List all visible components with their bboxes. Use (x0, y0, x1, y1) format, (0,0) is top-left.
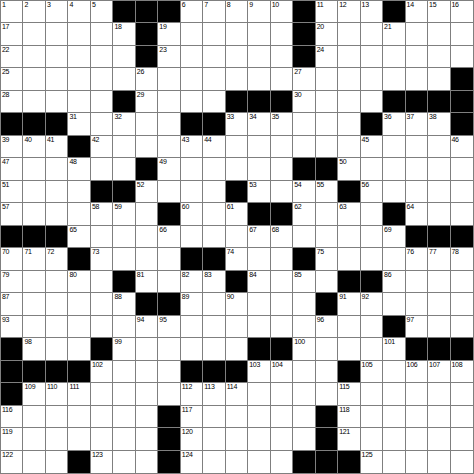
cell-r8c8[interactable] (181, 181, 203, 203)
cell-r19c6[interactable] (136, 428, 158, 450)
cell-r10c9[interactable] (203, 226, 225, 248)
cell-r2c9[interactable] (203, 46, 225, 68)
cell-r3c15[interactable] (338, 68, 360, 90)
cell-r2c7[interactable]: 23 (158, 46, 180, 68)
cell-r13c0[interactable]: 87 (1, 293, 23, 315)
cell-r20c18[interactable] (406, 451, 428, 473)
cell-r0c20[interactable]: 16 (451, 1, 473, 23)
cell-r5c15[interactable] (338, 113, 360, 135)
cell-r6c9[interactable]: 44 (203, 136, 225, 158)
cell-r11c1[interactable]: 71 (23, 248, 45, 270)
cell-r3c3[interactable] (68, 68, 90, 90)
cell-r9c18[interactable]: 64 (406, 203, 428, 225)
cell-r6c10[interactable] (226, 136, 248, 158)
cell-r1c7[interactable]: 19 (158, 23, 180, 45)
cell-r3c16[interactable] (361, 68, 383, 90)
cell-r18c3[interactable] (68, 406, 90, 428)
cell-r10c4[interactable] (91, 226, 113, 248)
cell-r6c19[interactable] (428, 136, 450, 158)
cell-r8c19[interactable] (428, 181, 450, 203)
cell-r0c3[interactable]: 4 (68, 1, 90, 23)
cell-r2c3[interactable] (68, 46, 90, 68)
cell-r18c9[interactable] (203, 406, 225, 428)
cell-r12c13[interactable]: 85 (293, 271, 315, 293)
cell-r14c14[interactable]: 96 (316, 316, 338, 338)
cell-r17c2[interactable]: 110 (46, 383, 68, 405)
cell-r10c15[interactable] (338, 226, 360, 248)
cell-r11c0[interactable]: 70 (1, 248, 23, 270)
cell-r12c6[interactable]: 81 (136, 271, 158, 293)
cell-r14c1[interactable] (23, 316, 45, 338)
cell-r15c8[interactable] (181, 338, 203, 360)
cell-r18c17[interactable] (383, 406, 405, 428)
cell-r19c2[interactable] (46, 428, 68, 450)
cell-r19c13[interactable] (293, 428, 315, 450)
cell-r15c2[interactable] (46, 338, 68, 360)
cell-r9c15[interactable]: 63 (338, 203, 360, 225)
cell-r17c19[interactable] (428, 383, 450, 405)
cell-r1c9[interactable] (203, 23, 225, 45)
cell-r2c15[interactable] (338, 46, 360, 68)
cell-r17c12[interactable] (271, 383, 293, 405)
cell-r12c0[interactable]: 79 (1, 271, 23, 293)
cell-r3c18[interactable] (406, 68, 428, 90)
cell-r19c18[interactable] (406, 428, 428, 450)
cell-r13c8[interactable]: 89 (181, 293, 203, 315)
cell-r2c14[interactable]: 24 (316, 46, 338, 68)
cell-r10c11[interactable]: 67 (248, 226, 270, 248)
cell-r18c11[interactable] (248, 406, 270, 428)
cell-r6c14[interactable] (316, 136, 338, 158)
cell-r15c1[interactable]: 98 (23, 338, 45, 360)
cell-r17c8[interactable]: 112 (181, 383, 203, 405)
cell-r8c20[interactable] (451, 181, 473, 203)
cell-r12c9[interactable]: 83 (203, 271, 225, 293)
cell-r1c15[interactable] (338, 23, 360, 45)
cell-r16c7[interactable] (158, 361, 180, 383)
cell-r7c0[interactable]: 47 (1, 158, 23, 180)
cell-r16c13[interactable] (293, 361, 315, 383)
cell-r4c1[interactable] (23, 91, 45, 113)
cell-r11c16[interactable] (361, 248, 383, 270)
cell-r12c17[interactable]: 86 (383, 271, 405, 293)
cell-r17c7[interactable] (158, 383, 180, 405)
cell-r18c13[interactable] (293, 406, 315, 428)
cell-r17c13[interactable] (293, 383, 315, 405)
cell-r3c7[interactable] (158, 68, 180, 90)
cell-r11c20[interactable]: 78 (451, 248, 473, 270)
cell-r2c5[interactable] (113, 46, 135, 68)
cell-r11c2[interactable]: 72 (46, 248, 68, 270)
cell-r0c11[interactable]: 9 (248, 1, 270, 23)
cell-r9c19[interactable] (428, 203, 450, 225)
cell-r10c17[interactable]: 69 (383, 226, 405, 248)
cell-r6c1[interactable]: 40 (23, 136, 45, 158)
cell-r3c12[interactable] (271, 68, 293, 90)
cell-r7c17[interactable] (383, 158, 405, 180)
cell-r9c8[interactable]: 60 (181, 203, 203, 225)
cell-r18c0[interactable]: 116 (1, 406, 23, 428)
cell-r1c17[interactable]: 21 (383, 23, 405, 45)
cell-r13c3[interactable] (68, 293, 90, 315)
cell-r19c15[interactable]: 121 (338, 428, 360, 450)
cell-r10c6[interactable] (136, 226, 158, 248)
cell-r19c3[interactable] (68, 428, 90, 450)
cell-r16c5[interactable] (113, 361, 135, 383)
cell-r4c13[interactable]: 30 (293, 91, 315, 113)
cell-r16c14[interactable] (316, 361, 338, 383)
cell-r15c13[interactable]: 100 (293, 338, 315, 360)
cell-r0c12[interactable]: 10 (271, 1, 293, 23)
cell-r5c12[interactable]: 35 (271, 113, 293, 135)
cell-r8c13[interactable]: 54 (293, 181, 315, 203)
cell-r4c9[interactable] (203, 91, 225, 113)
cell-r9c3[interactable] (68, 203, 90, 225)
cell-r13c17[interactable] (383, 293, 405, 315)
cell-r13c19[interactable] (428, 293, 450, 315)
cell-r5c4[interactable] (91, 113, 113, 135)
cell-r6c2[interactable]: 41 (46, 136, 68, 158)
cell-r4c3[interactable] (68, 91, 90, 113)
cell-r8c0[interactable]: 51 (1, 181, 23, 203)
cell-r3c11[interactable] (248, 68, 270, 90)
cell-r6c15[interactable] (338, 136, 360, 158)
cell-r8c1[interactable] (23, 181, 45, 203)
cell-r9c4[interactable]: 58 (91, 203, 113, 225)
cell-r2c12[interactable] (271, 46, 293, 68)
cell-r1c19[interactable] (428, 23, 450, 45)
cell-r10c5[interactable] (113, 226, 135, 248)
cell-r8c3[interactable] (68, 181, 90, 203)
cell-r19c20[interactable] (451, 428, 473, 450)
cell-r11c19[interactable]: 77 (428, 248, 450, 270)
cell-r16c19[interactable]: 107 (428, 361, 450, 383)
cell-r12c8[interactable]: 82 (181, 271, 203, 293)
cell-r17c14[interactable] (316, 383, 338, 405)
cell-r19c4[interactable] (91, 428, 113, 450)
cell-r6c0[interactable]: 39 (1, 136, 23, 158)
cell-r2c8[interactable] (181, 46, 203, 68)
cell-r20c1[interactable] (23, 451, 45, 473)
cell-r2c20[interactable] (451, 46, 473, 68)
cell-r5c17[interactable]: 36 (383, 113, 405, 135)
cell-r2c16[interactable] (361, 46, 383, 68)
cell-r11c6[interactable] (136, 248, 158, 270)
cell-r12c12[interactable] (271, 271, 293, 293)
cell-r0c4[interactable]: 5 (91, 1, 113, 23)
cell-r16c20[interactable]: 108 (451, 361, 473, 383)
cell-r17c4[interactable] (91, 383, 113, 405)
cell-r12c18[interactable] (406, 271, 428, 293)
cell-r8c17[interactable] (383, 181, 405, 203)
cell-r14c3[interactable] (68, 316, 90, 338)
cell-r11c14[interactable]: 75 (316, 248, 338, 270)
cell-r0c14[interactable]: 11 (316, 1, 338, 23)
cell-r6c12[interactable] (271, 136, 293, 158)
cell-r4c0[interactable]: 28 (1, 91, 23, 113)
cell-r12c14[interactable] (316, 271, 338, 293)
cell-r4c14[interactable] (316, 91, 338, 113)
cell-r20c8[interactable]: 124 (181, 451, 203, 473)
cell-r2c17[interactable] (383, 46, 405, 68)
cell-r10c10[interactable] (226, 226, 248, 248)
cell-r15c16[interactable] (361, 338, 383, 360)
cell-r3c6[interactable]: 26 (136, 68, 158, 90)
cell-r7c18[interactable] (406, 158, 428, 180)
cell-r12c20[interactable] (451, 271, 473, 293)
cell-r19c17[interactable] (383, 428, 405, 450)
cell-r5c19[interactable]: 38 (428, 113, 450, 135)
cell-r5c11[interactable]: 34 (248, 113, 270, 135)
cell-r20c19[interactable] (428, 451, 450, 473)
cell-r14c13[interactable] (293, 316, 315, 338)
cell-r6c7[interactable] (158, 136, 180, 158)
cell-r1c0[interactable]: 17 (1, 23, 23, 45)
cell-r4c6[interactable]: 29 (136, 91, 158, 113)
cell-r1c4[interactable] (91, 23, 113, 45)
cell-r3c10[interactable] (226, 68, 248, 90)
cell-r13c18[interactable] (406, 293, 428, 315)
cell-r9c1[interactable] (23, 203, 45, 225)
cell-r13c1[interactable] (23, 293, 45, 315)
cell-r13c12[interactable] (271, 293, 293, 315)
cell-r4c4[interactable] (91, 91, 113, 113)
cell-r14c0[interactable]: 93 (1, 316, 23, 338)
cell-r13c10[interactable]: 90 (226, 293, 248, 315)
cell-r20c17[interactable] (383, 451, 405, 473)
cell-r16c17[interactable] (383, 361, 405, 383)
cell-r9c14[interactable] (316, 203, 338, 225)
cell-r8c11[interactable]: 53 (248, 181, 270, 203)
cell-r9c2[interactable] (46, 203, 68, 225)
cell-r8c7[interactable] (158, 181, 180, 203)
cell-r18c5[interactable] (113, 406, 135, 428)
cell-r12c3[interactable]: 80 (68, 271, 90, 293)
cell-r10c7[interactable]: 66 (158, 226, 180, 248)
cell-r17c6[interactable] (136, 383, 158, 405)
cell-r8c9[interactable] (203, 181, 225, 203)
cell-r14c7[interactable]: 95 (158, 316, 180, 338)
cell-r15c17[interactable]: 101 (383, 338, 405, 360)
cell-r15c9[interactable] (203, 338, 225, 360)
cell-r1c14[interactable]: 20 (316, 23, 338, 45)
cell-r13c2[interactable] (46, 293, 68, 315)
cell-r11c17[interactable] (383, 248, 405, 270)
cell-r8c2[interactable] (46, 181, 68, 203)
cell-r17c20[interactable] (451, 383, 473, 405)
cell-r11c10[interactable]: 74 (226, 248, 248, 270)
cell-r18c8[interactable]: 117 (181, 406, 203, 428)
cell-r9c9[interactable] (203, 203, 225, 225)
cell-r7c11[interactable] (248, 158, 270, 180)
cell-r12c11[interactable]: 84 (248, 271, 270, 293)
cell-r14c12[interactable] (271, 316, 293, 338)
cell-r18c2[interactable] (46, 406, 68, 428)
cell-r2c2[interactable] (46, 46, 68, 68)
cell-r0c2[interactable]: 3 (46, 1, 68, 23)
cell-r19c11[interactable] (248, 428, 270, 450)
cell-r14c11[interactable] (248, 316, 270, 338)
cell-r3c5[interactable] (113, 68, 135, 90)
cell-r20c11[interactable] (248, 451, 270, 473)
cell-r6c20[interactable]: 46 (451, 136, 473, 158)
cell-r17c16[interactable] (361, 383, 383, 405)
cell-r8c16[interactable]: 56 (361, 181, 383, 203)
cell-r0c16[interactable]: 13 (361, 1, 383, 23)
cell-r1c2[interactable] (46, 23, 68, 45)
cell-r13c20[interactable] (451, 293, 473, 315)
cell-r19c1[interactable] (23, 428, 45, 450)
cell-r5c5[interactable]: 32 (113, 113, 135, 135)
cell-r0c18[interactable]: 14 (406, 1, 428, 23)
cell-r12c7[interactable] (158, 271, 180, 293)
cell-r18c12[interactable] (271, 406, 293, 428)
cell-r7c10[interactable] (226, 158, 248, 180)
cell-r3c1[interactable] (23, 68, 45, 90)
cell-r3c8[interactable] (181, 68, 203, 90)
cell-r11c15[interactable] (338, 248, 360, 270)
cell-r4c7[interactable] (158, 91, 180, 113)
cell-r6c11[interactable] (248, 136, 270, 158)
cell-r14c9[interactable] (203, 316, 225, 338)
cell-r12c2[interactable] (46, 271, 68, 293)
cell-r6c8[interactable]: 43 (181, 136, 203, 158)
cell-r17c3[interactable]: 111 (68, 383, 90, 405)
cell-r17c1[interactable]: 109 (23, 383, 45, 405)
cell-r18c1[interactable] (23, 406, 45, 428)
cell-r3c0[interactable]: 25 (1, 68, 23, 90)
cell-r8c14[interactable]: 55 (316, 181, 338, 203)
cell-r20c6[interactable] (136, 451, 158, 473)
cell-r14c18[interactable]: 97 (406, 316, 428, 338)
cell-r14c6[interactable]: 94 (136, 316, 158, 338)
cell-r1c20[interactable] (451, 23, 473, 45)
cell-r20c10[interactable] (226, 451, 248, 473)
cell-r14c4[interactable] (91, 316, 113, 338)
cell-r9c16[interactable] (361, 203, 383, 225)
cell-r7c4[interactable] (91, 158, 113, 180)
cell-r5c3[interactable]: 31 (68, 113, 90, 135)
cell-r20c2[interactable] (46, 451, 68, 473)
cell-r19c10[interactable] (226, 428, 248, 450)
cell-r17c5[interactable] (113, 383, 135, 405)
cell-r7c8[interactable] (181, 158, 203, 180)
cell-r18c6[interactable] (136, 406, 158, 428)
cell-r1c12[interactable] (271, 23, 293, 45)
cell-r9c6[interactable] (136, 203, 158, 225)
cell-r1c1[interactable] (23, 23, 45, 45)
cell-r8c12[interactable] (271, 181, 293, 203)
cell-r7c9[interactable] (203, 158, 225, 180)
cell-r12c4[interactable] (91, 271, 113, 293)
cell-r19c8[interactable]: 120 (181, 428, 203, 450)
cell-r15c10[interactable] (226, 338, 248, 360)
cell-r4c16[interactable] (361, 91, 383, 113)
cell-r2c0[interactable]: 22 (1, 46, 23, 68)
cell-r5c6[interactable] (136, 113, 158, 135)
cell-r9c13[interactable]: 62 (293, 203, 315, 225)
cell-r14c16[interactable] (361, 316, 383, 338)
cell-r13c4[interactable] (91, 293, 113, 315)
cell-r18c10[interactable] (226, 406, 248, 428)
cell-r18c20[interactable] (451, 406, 473, 428)
cell-r7c16[interactable] (361, 158, 383, 180)
cell-r19c5[interactable] (113, 428, 135, 450)
cell-r14c19[interactable] (428, 316, 450, 338)
cell-r5c7[interactable] (158, 113, 180, 135)
cell-r20c0[interactable]: 122 (1, 451, 23, 473)
cell-r9c5[interactable]: 59 (113, 203, 135, 225)
cell-r0c9[interactable]: 7 (203, 1, 225, 23)
cell-r17c9[interactable]: 113 (203, 383, 225, 405)
cell-r14c8[interactable] (181, 316, 203, 338)
cell-r7c19[interactable] (428, 158, 450, 180)
cell-r11c11[interactable] (248, 248, 270, 270)
cell-r18c15[interactable]: 118 (338, 406, 360, 428)
cell-r7c2[interactable] (46, 158, 68, 180)
cell-r11c18[interactable]: 76 (406, 248, 428, 270)
cell-r15c15[interactable] (338, 338, 360, 360)
cell-r16c11[interactable]: 103 (248, 361, 270, 383)
cell-r15c7[interactable] (158, 338, 180, 360)
cell-r20c20[interactable] (451, 451, 473, 473)
cell-r7c1[interactable] (23, 158, 45, 180)
cell-r19c12[interactable] (271, 428, 293, 450)
cell-r11c12[interactable] (271, 248, 293, 270)
cell-r10c12[interactable]: 68 (271, 226, 293, 248)
cell-r20c16[interactable]: 125 (361, 451, 383, 473)
cell-r20c4[interactable]: 123 (91, 451, 113, 473)
cell-r1c16[interactable] (361, 23, 383, 45)
cell-r16c6[interactable] (136, 361, 158, 383)
cell-r7c5[interactable] (113, 158, 135, 180)
cell-r14c15[interactable] (338, 316, 360, 338)
cell-r17c10[interactable]: 114 (226, 383, 248, 405)
cell-r14c20[interactable] (451, 316, 473, 338)
cell-r5c18[interactable]: 37 (406, 113, 428, 135)
cell-r4c2[interactable] (46, 91, 68, 113)
cell-r12c19[interactable] (428, 271, 450, 293)
cell-r9c10[interactable]: 61 (226, 203, 248, 225)
cell-r1c5[interactable]: 18 (113, 23, 135, 45)
cell-r3c19[interactable] (428, 68, 450, 90)
cell-r10c8[interactable] (181, 226, 203, 248)
cell-r18c4[interactable] (91, 406, 113, 428)
cell-r0c8[interactable]: 6 (181, 1, 203, 23)
cell-r5c13[interactable] (293, 113, 315, 135)
cell-r7c12[interactable] (271, 158, 293, 180)
cell-r2c1[interactable] (23, 46, 45, 68)
cell-r3c14[interactable] (316, 68, 338, 90)
cell-r8c18[interactable] (406, 181, 428, 203)
cell-r6c5[interactable] (113, 136, 135, 158)
cell-r10c14[interactable] (316, 226, 338, 248)
cell-r13c16[interactable]: 92 (361, 293, 383, 315)
cell-r11c4[interactable]: 73 (91, 248, 113, 270)
cell-r2c4[interactable] (91, 46, 113, 68)
cell-r0c1[interactable]: 2 (23, 1, 45, 23)
cell-r13c15[interactable]: 91 (338, 293, 360, 315)
cell-r10c13[interactable] (293, 226, 315, 248)
cell-r2c10[interactable] (226, 46, 248, 68)
cell-r17c15[interactable]: 115 (338, 383, 360, 405)
cell-r14c2[interactable] (46, 316, 68, 338)
cell-r15c6[interactable] (136, 338, 158, 360)
cell-r17c11[interactable] (248, 383, 270, 405)
cell-r3c9[interactable] (203, 68, 225, 90)
cell-r9c0[interactable]: 57 (1, 203, 23, 225)
cell-r19c16[interactable] (361, 428, 383, 450)
